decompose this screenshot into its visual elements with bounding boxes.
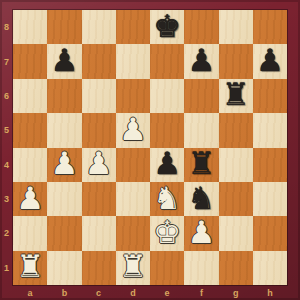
square-e5[interactable]: [150, 113, 184, 147]
piece-white-pawn[interactable]: ♟: [16, 183, 44, 214]
square-g1[interactable]: [219, 251, 253, 285]
square-f4[interactable]: ♜: [184, 148, 218, 182]
square-g6[interactable]: ♜: [219, 79, 253, 113]
piece-white-pawn[interactable]: ♟: [85, 148, 113, 179]
square-h1[interactable]: [253, 251, 287, 285]
piece-white-knight[interactable]: ♞: [153, 183, 181, 214]
square-a8[interactable]: [13, 10, 47, 44]
piece-black-pawn[interactable]: ♟: [50, 45, 78, 76]
piece-black-king[interactable]: ♚: [153, 11, 181, 42]
square-h4[interactable]: [253, 148, 287, 182]
square-e6[interactable]: [150, 79, 184, 113]
square-d1[interactable]: ♜: [116, 251, 150, 285]
square-f8[interactable]: [184, 10, 218, 44]
square-d2[interactable]: [116, 216, 150, 250]
square-a2[interactable]: [13, 216, 47, 250]
square-c2[interactable]: [82, 216, 116, 250]
square-e3[interactable]: ♞: [150, 182, 184, 216]
file-label-f: f: [184, 285, 218, 300]
square-e2[interactable]: ♚: [150, 216, 184, 250]
square-e8[interactable]: ♚: [150, 10, 184, 44]
square-f3[interactable]: ♞: [184, 182, 218, 216]
square-b1[interactable]: [47, 251, 81, 285]
square-g4[interactable]: [219, 148, 253, 182]
rank-label-2: 2: [0, 216, 13, 250]
piece-black-knight[interactable]: ♞: [187, 183, 215, 214]
square-b8[interactable]: [47, 10, 81, 44]
piece-white-rook[interactable]: ♜: [119, 251, 147, 282]
square-b3[interactable]: [47, 182, 81, 216]
piece-white-rook[interactable]: ♜: [16, 251, 44, 282]
rank-label-7: 7: [0, 44, 13, 78]
file-label-e: e: [150, 285, 184, 300]
square-d8[interactable]: [116, 10, 150, 44]
file-label-a: a: [13, 285, 47, 300]
rank-label-1: 1: [0, 251, 13, 285]
square-d3[interactable]: [116, 182, 150, 216]
rank-label-6: 6: [0, 79, 13, 113]
square-c6[interactable]: [82, 79, 116, 113]
square-g5[interactable]: [219, 113, 253, 147]
piece-white-pawn[interactable]: ♟: [119, 114, 147, 145]
square-e4[interactable]: ♟: [150, 148, 184, 182]
square-a7[interactable]: [13, 44, 47, 78]
chess-board: ♚♟♟♟♜♟♟♟♟♜♟♞♞♚♟♜♜: [13, 10, 287, 285]
square-b4[interactable]: ♟: [47, 148, 81, 182]
file-label-d: d: [116, 285, 150, 300]
chess-board-frame: 87654321 ♚♟♟♟♜♟♟♟♟♜♟♞♞♚♟♜♜ abcdefgh: [0, 0, 300, 300]
square-c8[interactable]: [82, 10, 116, 44]
piece-black-pawn[interactable]: ♟: [187, 45, 215, 76]
square-e7[interactable]: [150, 44, 184, 78]
square-f1[interactable]: [184, 251, 218, 285]
square-b5[interactable]: [47, 113, 81, 147]
file-label-g: g: [219, 285, 253, 300]
file-labels: abcdefgh: [13, 285, 287, 300]
rank-label-5: 5: [0, 113, 13, 147]
piece-black-pawn[interactable]: ♟: [256, 45, 284, 76]
piece-black-pawn[interactable]: ♟: [153, 148, 181, 179]
square-d7[interactable]: [116, 44, 150, 78]
piece-black-rook[interactable]: ♜: [187, 148, 215, 179]
square-d4[interactable]: [116, 148, 150, 182]
piece-white-pawn[interactable]: ♟: [50, 148, 78, 179]
file-label-h: h: [253, 285, 287, 300]
square-h6[interactable]: [253, 79, 287, 113]
square-h5[interactable]: [253, 113, 287, 147]
piece-white-king[interactable]: ♚: [153, 217, 181, 248]
square-f6[interactable]: [184, 79, 218, 113]
square-g2[interactable]: [219, 216, 253, 250]
square-a3[interactable]: ♟: [13, 182, 47, 216]
square-f5[interactable]: [184, 113, 218, 147]
square-g3[interactable]: [219, 182, 253, 216]
rank-label-8: 8: [0, 10, 13, 44]
square-h7[interactable]: ♟: [253, 44, 287, 78]
square-d5[interactable]: ♟: [116, 113, 150, 147]
piece-white-pawn[interactable]: ♟: [187, 217, 215, 248]
square-c5[interactable]: [82, 113, 116, 147]
square-h2[interactable]: [253, 216, 287, 250]
square-a5[interactable]: [13, 113, 47, 147]
square-a4[interactable]: [13, 148, 47, 182]
rank-label-4: 4: [0, 148, 13, 182]
piece-black-rook[interactable]: ♜: [222, 79, 250, 110]
square-c1[interactable]: [82, 251, 116, 285]
square-b2[interactable]: [47, 216, 81, 250]
square-e1[interactable]: [150, 251, 184, 285]
square-g8[interactable]: [219, 10, 253, 44]
rank-label-3: 3: [0, 182, 13, 216]
square-h8[interactable]: [253, 10, 287, 44]
square-a1[interactable]: ♜: [13, 251, 47, 285]
square-c4[interactable]: ♟: [82, 148, 116, 182]
square-c7[interactable]: [82, 44, 116, 78]
square-d6[interactable]: [116, 79, 150, 113]
square-c3[interactable]: [82, 182, 116, 216]
square-f2[interactable]: ♟: [184, 216, 218, 250]
rank-labels: 87654321: [0, 10, 13, 285]
square-a6[interactable]: [13, 79, 47, 113]
file-label-c: c: [82, 285, 116, 300]
square-g7[interactable]: [219, 44, 253, 78]
square-f7[interactable]: ♟: [184, 44, 218, 78]
square-b7[interactable]: ♟: [47, 44, 81, 78]
file-label-b: b: [47, 285, 81, 300]
square-h3[interactable]: [253, 182, 287, 216]
square-b6[interactable]: [47, 79, 81, 113]
